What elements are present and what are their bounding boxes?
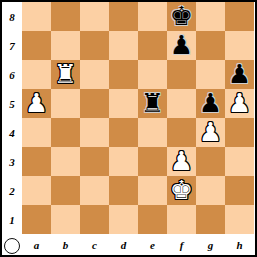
square-f5[interactable] xyxy=(167,89,196,118)
square-c4[interactable] xyxy=(80,118,109,147)
rank-label: 1 xyxy=(2,205,22,234)
piece-black-rook[interactable]: ♜ xyxy=(141,89,164,118)
file-label: g xyxy=(196,235,225,255)
piece-white-pawn[interactable]: ♟ xyxy=(199,118,222,147)
square-e4[interactable] xyxy=(138,118,167,147)
square-e5[interactable]: ♜ xyxy=(138,89,167,118)
file-label: e xyxy=(138,235,167,255)
square-b7[interactable] xyxy=(51,31,80,60)
square-f2[interactable]: ♚ xyxy=(167,176,196,205)
square-h8[interactable] xyxy=(225,2,254,31)
square-g3[interactable] xyxy=(196,147,225,176)
square-c7[interactable] xyxy=(80,31,109,60)
rank-label: 8 xyxy=(2,2,22,31)
square-e1[interactable] xyxy=(138,205,167,234)
square-g5[interactable]: ♟ xyxy=(196,89,225,118)
square-a4[interactable] xyxy=(22,118,51,147)
square-c1[interactable] xyxy=(80,205,109,234)
square-g2[interactable] xyxy=(196,176,225,205)
square-d2[interactable] xyxy=(109,176,138,205)
square-f8[interactable]: ♚ xyxy=(167,2,196,31)
piece-white-king[interactable]: ♚ xyxy=(170,176,193,205)
rank-label: 7 xyxy=(2,31,22,60)
square-h5[interactable]: ♟ xyxy=(225,89,254,118)
square-h6[interactable]: ♟ xyxy=(225,60,254,89)
square-b2[interactable] xyxy=(51,176,80,205)
square-b8[interactable] xyxy=(51,2,80,31)
file-label: h xyxy=(225,235,254,255)
square-b5[interactable] xyxy=(51,89,80,118)
file-label: d xyxy=(109,235,138,255)
file-labels: abcdefgh xyxy=(22,235,254,255)
piece-white-pawn[interactable]: ♟ xyxy=(228,89,251,118)
square-e8[interactable] xyxy=(138,2,167,31)
piece-white-pawn[interactable]: ♟ xyxy=(25,89,48,118)
square-c6[interactable] xyxy=(80,60,109,89)
square-h4[interactable] xyxy=(225,118,254,147)
square-d3[interactable] xyxy=(109,147,138,176)
file-label: f xyxy=(167,235,196,255)
square-a8[interactable] xyxy=(22,2,51,31)
file-label: c xyxy=(80,235,109,255)
square-b1[interactable] xyxy=(51,205,80,234)
rank-labels: 87654321 xyxy=(2,2,22,234)
square-a5[interactable]: ♟ xyxy=(22,89,51,118)
piece-black-pawn[interactable]: ♟ xyxy=(228,60,251,89)
square-g8[interactable] xyxy=(196,2,225,31)
square-b4[interactable] xyxy=(51,118,80,147)
file-label: b xyxy=(51,235,80,255)
square-g7[interactable] xyxy=(196,31,225,60)
piece-white-rook[interactable]: ♜ xyxy=(54,60,77,89)
piece-black-pawn[interactable]: ♟ xyxy=(199,89,222,118)
square-g4[interactable]: ♟ xyxy=(196,118,225,147)
square-a7[interactable] xyxy=(22,31,51,60)
square-e6[interactable] xyxy=(138,60,167,89)
square-h2[interactable] xyxy=(225,176,254,205)
square-g1[interactable] xyxy=(196,205,225,234)
chess-board[interactable]: ♚♟♜♟♟♜♟♟♟♟♚ xyxy=(22,2,254,234)
rank-label: 5 xyxy=(2,89,22,118)
square-d4[interactable] xyxy=(109,118,138,147)
square-f7[interactable]: ♟ xyxy=(167,31,196,60)
square-d1[interactable] xyxy=(109,205,138,234)
chess-diagram: 87654321 ♚♟♜♟♟♜♟♟♟♟♚ abcdefgh xyxy=(0,0,257,257)
square-c5[interactable] xyxy=(80,89,109,118)
square-b6[interactable]: ♜ xyxy=(51,60,80,89)
rank-label: 4 xyxy=(2,118,22,147)
white-to-move-indicator xyxy=(4,238,20,254)
square-a1[interactable] xyxy=(22,205,51,234)
square-e7[interactable] xyxy=(138,31,167,60)
square-c3[interactable] xyxy=(80,147,109,176)
square-c8[interactable] xyxy=(80,2,109,31)
square-g6[interactable] xyxy=(196,60,225,89)
square-a3[interactable] xyxy=(22,147,51,176)
square-b3[interactable] xyxy=(51,147,80,176)
square-d6[interactable] xyxy=(109,60,138,89)
square-d7[interactable] xyxy=(109,31,138,60)
square-e3[interactable] xyxy=(138,147,167,176)
square-e2[interactable] xyxy=(138,176,167,205)
square-a6[interactable] xyxy=(22,60,51,89)
file-label: a xyxy=(22,235,51,255)
piece-black-king[interactable]: ♚ xyxy=(170,2,193,31)
square-f6[interactable] xyxy=(167,60,196,89)
square-d5[interactable] xyxy=(109,89,138,118)
square-h7[interactable] xyxy=(225,31,254,60)
square-h1[interactable] xyxy=(225,205,254,234)
rank-label: 3 xyxy=(2,147,22,176)
rank-label: 2 xyxy=(2,176,22,205)
square-a2[interactable] xyxy=(22,176,51,205)
square-f3[interactable]: ♟ xyxy=(167,147,196,176)
square-f4[interactable] xyxy=(167,118,196,147)
square-c2[interactable] xyxy=(80,176,109,205)
square-d8[interactable] xyxy=(109,2,138,31)
square-f1[interactable] xyxy=(167,205,196,234)
piece-white-pawn[interactable]: ♟ xyxy=(170,147,193,176)
square-h3[interactable] xyxy=(225,147,254,176)
piece-black-pawn[interactable]: ♟ xyxy=(170,31,193,60)
rank-label: 6 xyxy=(2,60,22,89)
